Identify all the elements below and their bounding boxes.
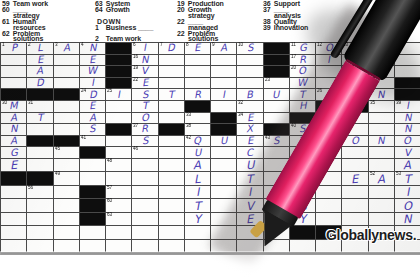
- grid-cell[interactable]: I: [185, 186, 211, 200]
- black-cell: [264, 55, 290, 67]
- grid-cell[interactable]: [106, 136, 132, 148]
- cell-letter: D: [36, 78, 44, 89]
- cell-letter: N: [403, 124, 411, 134]
- cell-letter: I: [195, 187, 199, 197]
- grid-cell[interactable]: 6I: [132, 43, 158, 55]
- grid-cell[interactable]: [27, 226, 53, 240]
- grid-cell[interactable]: [54, 101, 80, 113]
- grid-cell[interactable]: I: [395, 186, 420, 200]
- cell-number: 22: [133, 77, 138, 82]
- grid-cell[interactable]: N: [395, 213, 420, 227]
- grid-cell[interactable]: [159, 213, 185, 227]
- grid-cell[interactable]: 52A: [369, 172, 395, 186]
- cell-number: 17: [291, 54, 296, 59]
- grid-cell[interactable]: T: [159, 89, 185, 101]
- grid-cell[interactable]: [185, 66, 211, 78]
- grid-cell[interactable]: 35: [369, 101, 395, 113]
- grid-cell[interactable]: [159, 226, 185, 240]
- grid-cell[interactable]: [159, 66, 185, 78]
- cell-letter: O: [141, 113, 150, 124]
- grid-cell[interactable]: T: [132, 101, 158, 113]
- grid-cell[interactable]: 41: [80, 136, 106, 148]
- grid-cell[interactable]: [54, 226, 80, 240]
- black-cell: [106, 124, 132, 136]
- grid-cell[interactable]: [132, 226, 158, 240]
- cell-number: 52: [370, 171, 375, 176]
- grid-cell[interactable]: [132, 172, 158, 186]
- black-cell: [106, 55, 132, 67]
- grid-cell[interactable]: [316, 213, 342, 227]
- grid-cell[interactable]: [1, 55, 27, 67]
- grid-cell[interactable]: [106, 172, 132, 186]
- grid-cell[interactable]: [27, 199, 53, 213]
- cell-number: 9: [212, 42, 215, 47]
- cell-number: 23: [265, 77, 270, 82]
- cell-letter: R: [141, 124, 149, 134]
- grid-cell[interactable]: [1, 213, 27, 227]
- grid-cell[interactable]: [27, 147, 53, 159]
- grid-cell[interactable]: [159, 78, 185, 90]
- grid-cell[interactable]: [132, 199, 158, 213]
- cell-number: 19: [133, 65, 138, 70]
- cell-number: 46: [133, 146, 138, 151]
- grid-cell[interactable]: A: [1, 136, 27, 148]
- cell-number: 6: [133, 42, 136, 47]
- cell-letter: T: [168, 89, 175, 99]
- cell-letter: V: [141, 66, 149, 76]
- watermark-text: Globallynews.: [326, 227, 416, 243]
- black-cell: [159, 124, 185, 136]
- black-cell: [1, 172, 27, 186]
- cell-letter: A: [89, 113, 97, 123]
- grid-cell[interactable]: [211, 147, 237, 159]
- grid-cell[interactable]: [1, 186, 27, 200]
- grid-cell[interactable]: [369, 147, 395, 159]
- grid-cell[interactable]: 48: [106, 159, 132, 173]
- cell-letter: S: [246, 43, 253, 53]
- grid-cell[interactable]: [211, 172, 237, 186]
- grid-cell[interactable]: O: [395, 199, 420, 213]
- grid-cell[interactable]: 10S: [237, 43, 263, 55]
- cell-letter: N: [403, 214, 412, 225]
- grid-cell[interactable]: [54, 213, 80, 227]
- cell-number: 37: [133, 123, 138, 128]
- cell-letter: S: [89, 124, 96, 134]
- cell-number: 10: [238, 42, 243, 47]
- cell-letter: N: [10, 124, 18, 134]
- grid-cell[interactable]: 42Q: [185, 136, 211, 148]
- grid-cell[interactable]: [237, 66, 263, 78]
- grid-cell[interactable]: A: [185, 159, 211, 173]
- grid-cell[interactable]: O: [395, 136, 420, 148]
- clue-number: 61: [2, 19, 11, 25]
- grid-cell[interactable]: [211, 78, 237, 90]
- cell-letter: R: [194, 89, 202, 99]
- grid-cell[interactable]: [132, 213, 158, 227]
- cell-letter: E: [246, 136, 253, 146]
- grid-cell[interactable]: [369, 186, 395, 200]
- grid-cell[interactable]: 39I: [395, 101, 420, 113]
- grid-cell[interactable]: 1P: [1, 43, 27, 55]
- cell-letter: S: [141, 89, 148, 99]
- cell-letter: A: [193, 160, 202, 171]
- cell-letter: A: [36, 66, 44, 76]
- grid-cell[interactable]: E: [237, 136, 263, 148]
- grid-cell[interactable]: E: [342, 172, 368, 186]
- cell-letter: B: [246, 89, 254, 99]
- grid-cell[interactable]: [54, 199, 80, 213]
- grid-cell[interactable]: U: [211, 136, 237, 148]
- grid-cell[interactable]: 46: [132, 147, 158, 159]
- cell-letter: E: [36, 55, 43, 65]
- grid-cell[interactable]: [159, 172, 185, 186]
- black-cell: [211, 113, 237, 125]
- cell-letter: D: [88, 89, 96, 100]
- grid-cell[interactable]: [27, 159, 53, 173]
- grid-cell[interactable]: 23: [264, 78, 290, 90]
- cell-number: 7: [160, 42, 163, 47]
- grid-cell[interactable]: E: [1, 159, 27, 173]
- grid-cell[interactable]: [342, 147, 368, 159]
- grid-cell[interactable]: [159, 159, 185, 173]
- clue-number: 39: [263, 25, 272, 31]
- cell-number: 3: [55, 42, 58, 47]
- grid-cell[interactable]: 31: [27, 101, 53, 113]
- grid-cell[interactable]: [211, 159, 237, 173]
- grid-cell[interactable]: [80, 172, 106, 186]
- black-cell: [54, 89, 80, 101]
- black-cell: [106, 66, 132, 78]
- cell-number: 20: [291, 65, 296, 70]
- cell-letter: W: [87, 66, 98, 77]
- clue-number: 20: [177, 7, 186, 13]
- grid-cell[interactable]: [369, 113, 395, 125]
- grid-cell[interactable]: 63: [106, 213, 132, 227]
- cell-letter: A: [377, 173, 386, 184]
- grid-cell[interactable]: [316, 199, 342, 213]
- cell-letter: O: [351, 136, 360, 147]
- cell-number: 56: [28, 185, 33, 190]
- cell-letter: A: [10, 136, 18, 146]
- grid-cell[interactable]: [342, 186, 368, 200]
- clue-number: 22: [177, 19, 186, 25]
- cell-number: 57: [107, 185, 112, 190]
- cell-letter: A: [220, 43, 228, 53]
- black-cell: [27, 172, 53, 186]
- black-cell: [80, 147, 106, 159]
- cell-letter: O: [403, 136, 412, 147]
- grid-cell[interactable]: [211, 101, 237, 113]
- grid-cell[interactable]: [54, 186, 80, 200]
- grid-cell[interactable]: U: [264, 89, 290, 101]
- clue-number: 60: [2, 7, 11, 13]
- depth-blur-area: [0, 251, 420, 280]
- cell-letter: I: [143, 43, 147, 53]
- cell-letter: E: [10, 160, 18, 170]
- crossword-photo: 59 Team work60 ____strategy61 Humanresou…: [0, 0, 420, 280]
- cell-number: 16: [133, 54, 138, 59]
- cell-letter: O: [403, 200, 413, 211]
- cell-letter: N: [141, 55, 149, 65]
- grid-cell[interactable]: [237, 55, 263, 67]
- grid-cell[interactable]: [211, 186, 237, 200]
- black-cell: [185, 101, 211, 113]
- grid-cell[interactable]: [237, 78, 263, 90]
- black-cell: [80, 213, 106, 227]
- grid-cell[interactable]: Y: [185, 213, 211, 227]
- grid-cell[interactable]: [1, 78, 27, 90]
- grid-cell[interactable]: [27, 213, 53, 227]
- cell-number: 48: [107, 158, 112, 163]
- cell-letter: E: [351, 173, 359, 183]
- grid-cell[interactable]: [159, 113, 185, 125]
- grid-cell[interactable]: [106, 226, 132, 240]
- grid-cell[interactable]: [342, 159, 368, 173]
- grid-cell[interactable]: 8E: [185, 43, 211, 55]
- black-cell: [27, 136, 53, 148]
- grid-cell[interactable]: [1, 226, 27, 240]
- cell-number: 53: [396, 171, 401, 176]
- clue-column-2: 63 System64 Growth DOWN1 Business ____ 2…: [95, 1, 187, 42]
- clue-number: 22: [177, 31, 186, 37]
- clue-number: 62: [2, 31, 11, 37]
- grid-cell[interactable]: [159, 199, 185, 213]
- cell-letter: U: [272, 89, 280, 99]
- cell-number: 2: [28, 42, 31, 47]
- cell-number: 1: [2, 42, 5, 47]
- cell-number: 60: [107, 198, 112, 203]
- cell-letter: L: [37, 43, 43, 53]
- grid-cell[interactable]: [159, 55, 185, 67]
- grid-cell[interactable]: [316, 186, 342, 200]
- grid-cell[interactable]: [211, 55, 237, 67]
- cell-letter: I: [91, 78, 95, 88]
- grid-cell[interactable]: [54, 66, 80, 78]
- cell-letter: C: [246, 147, 254, 157]
- clue-column-3: 19 Production20 Growthstrategy22 ____man…: [177, 1, 269, 42]
- black-cell: [80, 186, 106, 200]
- cell-number: 32: [238, 100, 243, 105]
- cell-letter: Q: [193, 136, 202, 147]
- grid-cell[interactable]: 9A: [211, 43, 237, 55]
- cell-letter: U: [220, 136, 228, 146]
- grid-cell[interactable]: 56: [27, 186, 53, 200]
- cell-letter: E: [194, 43, 201, 53]
- grid-cell[interactable]: [159, 186, 185, 200]
- grid-cell[interactable]: 22E: [132, 78, 158, 90]
- cell-letter: A: [62, 43, 70, 53]
- grid-cell[interactable]: [185, 55, 211, 67]
- grid-cell[interactable]: 60: [106, 199, 132, 213]
- grid-cell[interactable]: [106, 101, 132, 113]
- cell-letter: X: [246, 124, 254, 134]
- grid-cell[interactable]: [27, 124, 53, 136]
- cell-letter: L: [194, 173, 201, 183]
- cell-letter: I: [406, 101, 410, 111]
- grid-cell[interactable]: [54, 124, 80, 136]
- cell-letter: T: [36, 113, 43, 123]
- grid-cell[interactable]: I: [211, 89, 237, 101]
- cell-number: 38: [186, 123, 191, 128]
- cell-letter: S: [141, 136, 148, 146]
- grid-cell[interactable]: 45: [54, 147, 80, 159]
- cell-letter: V: [404, 147, 412, 157]
- cell-number: 24: [81, 88, 86, 93]
- cell-letter: A: [10, 113, 18, 123]
- grid-cell[interactable]: 49: [54, 172, 80, 186]
- clue-number: 37: [263, 7, 272, 13]
- grid-cell[interactable]: E: [80, 101, 106, 113]
- grid-cell[interactable]: 4N: [80, 43, 106, 55]
- cell-number: 33: [186, 112, 191, 117]
- cell-number: 35: [370, 100, 375, 105]
- grid-cell[interactable]: T: [27, 113, 53, 125]
- grid-cell[interactable]: N: [369, 136, 395, 148]
- cell-number: 30: [2, 100, 7, 105]
- grid-cell[interactable]: 32: [237, 101, 263, 113]
- grid-cell[interactable]: [185, 226, 211, 240]
- grid-cell[interactable]: [369, 213, 395, 227]
- cell-letter: T: [194, 200, 202, 210]
- cell-letter: I: [117, 90, 121, 100]
- grid-cell[interactable]: R: [185, 89, 211, 101]
- cell-letter: G: [298, 43, 306, 54]
- black-cell: [106, 43, 132, 55]
- grid-cell[interactable]: D: [27, 78, 53, 90]
- cell-letter: E: [89, 55, 96, 65]
- black-cell: [80, 199, 106, 213]
- grid-cell[interactable]: [106, 113, 132, 125]
- clue-column-1: 59 Team work60 ____strategy61 Humanresou…: [2, 1, 94, 42]
- grid-cell[interactable]: [54, 55, 80, 67]
- cell-number: 4: [81, 42, 84, 47]
- grid-cell[interactable]: [80, 159, 106, 173]
- cell-letter: Y: [194, 214, 202, 224]
- cell-number: 31: [28, 100, 33, 105]
- cell-letter: E: [89, 101, 96, 111]
- cell-letter: D: [167, 43, 175, 54]
- grid-cell[interactable]: [342, 213, 368, 227]
- cell-letter: G: [9, 147, 17, 158]
- grid-cell[interactable]: [159, 147, 185, 159]
- cell-letter: A: [403, 160, 412, 171]
- grid-cell[interactable]: [342, 199, 368, 213]
- cell-number: 34: [238, 112, 243, 117]
- grid-cell[interactable]: 7D: [159, 43, 185, 55]
- grid-cell[interactable]: [211, 66, 237, 78]
- cell-number: 11: [291, 42, 296, 47]
- cell-letter: E: [141, 78, 148, 88]
- cell-number: 25: [107, 88, 112, 93]
- cell-number: 45: [55, 146, 60, 151]
- cell-letter: P: [10, 43, 17, 53]
- grid-cell[interactable]: [159, 101, 185, 113]
- cell-letter: R: [299, 55, 307, 65]
- grid-cell[interactable]: 30M: [1, 101, 27, 113]
- cell-letter: T: [404, 173, 412, 183]
- cell-letter: I: [222, 90, 226, 100]
- cell-letter: N: [88, 43, 96, 53]
- black-cell: [264, 43, 290, 55]
- grid-cell[interactable]: [80, 226, 106, 240]
- grid-cell[interactable]: [132, 186, 158, 200]
- cell-number: 49: [55, 171, 60, 176]
- cell-letter: M: [9, 101, 18, 112]
- grid-cell[interactable]: 53T: [395, 172, 420, 186]
- grid-cell[interactable]: [1, 66, 27, 78]
- grid-cell[interactable]: S: [80, 124, 106, 136]
- grid-cell[interactable]: [132, 159, 158, 173]
- grid-cell[interactable]: 25I: [106, 89, 132, 101]
- cell-number: 63: [107, 212, 112, 217]
- cell-number: 8: [186, 42, 189, 47]
- grid-cell[interactable]: [1, 199, 27, 213]
- cell-number: 42: [186, 135, 191, 140]
- grid-cell[interactable]: 3A: [54, 43, 80, 55]
- grid-cell[interactable]: 2L: [27, 43, 53, 55]
- grid-cell[interactable]: [54, 113, 80, 125]
- grid-cell[interactable]: [54, 78, 80, 90]
- grid-cell[interactable]: [159, 136, 185, 148]
- cell-letter: U: [193, 147, 201, 157]
- cell-letter: I: [405, 187, 409, 197]
- cell-letter: E: [246, 113, 253, 123]
- cell-number: 41: [81, 135, 86, 140]
- cell-letter: T: [141, 101, 148, 111]
- cell-letter: N: [403, 113, 411, 123]
- grid-cell[interactable]: [369, 199, 395, 213]
- grid-cell[interactable]: [185, 78, 211, 90]
- cell-letter: N: [377, 136, 385, 146]
